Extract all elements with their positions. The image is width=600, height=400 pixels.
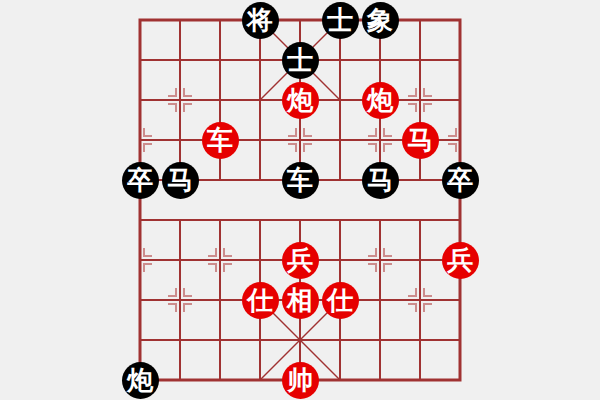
black-soldier[interactable]: 卒 [442, 162, 479, 199]
red-chariot[interactable]: 车 [202, 122, 239, 159]
red-soldier[interactable]: 兵 [282, 242, 319, 279]
black-horse[interactable]: 马 [162, 162, 199, 199]
red-cannon[interactable]: 炮 [362, 82, 399, 119]
black-soldier[interactable]: 卒 [122, 162, 159, 199]
black-elephant[interactable]: 象 [362, 2, 399, 39]
xiangqi-board: 将士象士炮炮车马卒马车马卒兵兵仕相仕炮帅 [0, 0, 600, 400]
red-advisor[interactable]: 仕 [322, 282, 359, 319]
black-advisor[interactable]: 士 [282, 42, 319, 79]
black-chariot[interactable]: 车 [282, 162, 319, 199]
pieces-layer: 将士象士炮炮车马卒马车马卒兵兵仕相仕炮帅 [120, 0, 480, 400]
black-advisor[interactable]: 士 [322, 2, 359, 39]
black-general[interactable]: 将 [242, 2, 279, 39]
red-general[interactable]: 帅 [282, 362, 319, 399]
red-soldier[interactable]: 兵 [442, 242, 479, 279]
black-cannon[interactable]: 炮 [122, 362, 159, 399]
black-horse[interactable]: 马 [362, 162, 399, 199]
red-cannon[interactable]: 炮 [282, 82, 319, 119]
red-advisor[interactable]: 仕 [242, 282, 279, 319]
red-horse[interactable]: 马 [402, 122, 439, 159]
red-elephant[interactable]: 相 [282, 282, 319, 319]
